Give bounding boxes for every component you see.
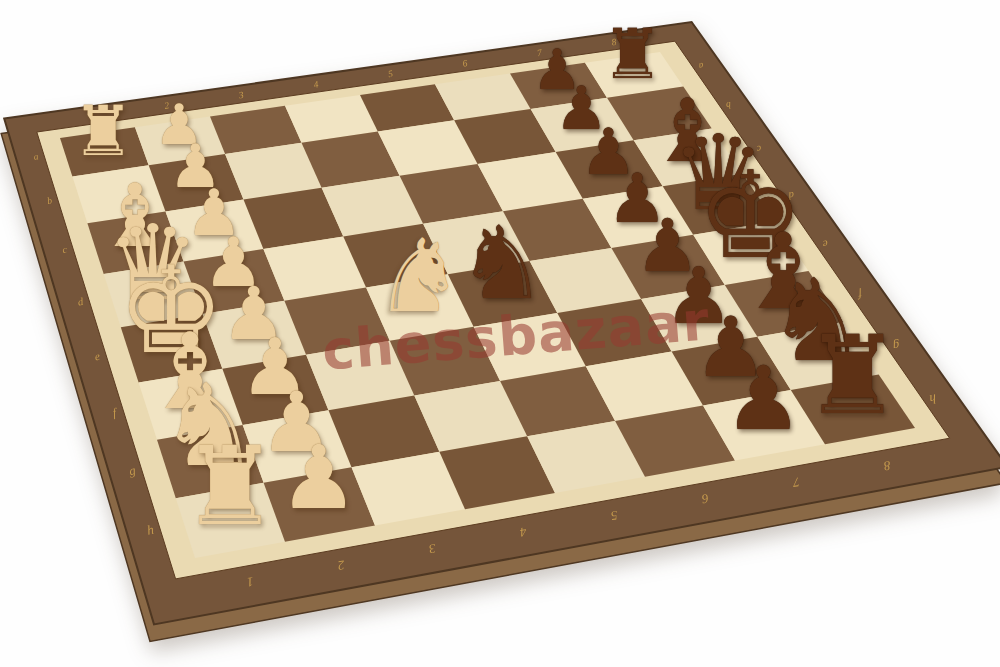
- piece-black-pawn-h7: ♟: [724, 355, 803, 443]
- piece-white-rook-h1: ♜: [181, 432, 279, 541]
- board-photo: 1122334455667788aabbccddeeffgghh ♜♟♟♜♟♟♝…: [0, 0, 1000, 667]
- piece-black-rook-h8: ♜: [803, 321, 901, 430]
- piece-white-rook-a1: ♜: [72, 96, 134, 165]
- piece-black-rook-a8: ♜: [602, 20, 664, 89]
- piece-black-knight-e5: ♞: [457, 213, 548, 314]
- piece-white-pawn-h2: ♟: [279, 434, 358, 522]
